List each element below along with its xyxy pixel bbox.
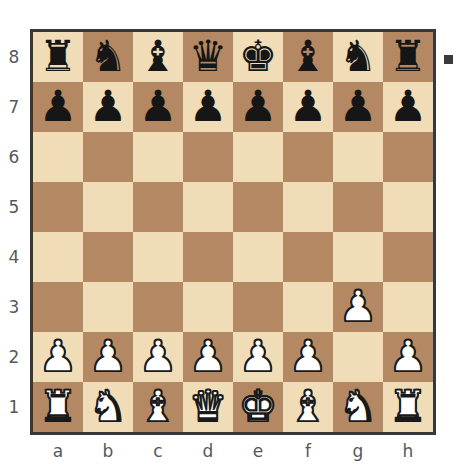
square-e4[interactable] [233,232,283,282]
square-h6[interactable] [383,132,433,182]
chess-app-canvas: 87654321 ♜♞♝♛♚♝♞♜♟♟♟♟♟♟♟♟♟♟♟♟♟♟♟♟♜♞♝♛♚♝♞… [0,0,464,464]
square-c6[interactable] [133,132,183,182]
square-e6[interactable] [233,132,283,182]
rank-label-2: 2 [0,332,28,382]
rank-label-5: 5 [0,182,28,232]
piece-black-bishop[interactable]: ♝ [289,31,328,81]
square-g4[interactable] [333,232,383,282]
turn-indicator [444,55,453,64]
square-d4[interactable] [183,232,233,282]
rank-labels: 87654321 [0,32,28,432]
square-a4[interactable] [33,232,83,282]
square-h1[interactable]: ♜ [383,382,433,432]
board-frame: ♜♞♝♛♚♝♞♜♟♟♟♟♟♟♟♟♟♟♟♟♟♟♟♟♜♞♝♛♚♝♞♜ [30,29,436,435]
square-g7[interactable]: ♟ [333,82,383,132]
piece-black-rook[interactable]: ♜ [39,31,78,81]
piece-black-queen[interactable]: ♛ [189,31,228,81]
square-a2[interactable]: ♟ [33,332,83,382]
square-e8[interactable]: ♚ [233,32,283,82]
piece-black-knight[interactable]: ♞ [339,31,378,81]
square-d6[interactable] [183,132,233,182]
square-h8[interactable]: ♜ [383,32,433,82]
square-f8[interactable]: ♝ [283,32,333,82]
square-e1[interactable]: ♚ [233,382,283,432]
square-b6[interactable] [83,132,133,182]
square-e5[interactable] [233,182,283,232]
rank-label-3: 3 [0,282,28,332]
square-d8[interactable]: ♛ [183,32,233,82]
file-label-b: b [83,437,133,464]
rank-label-1: 1 [0,382,28,432]
square-f5[interactable] [283,182,333,232]
square-b3[interactable] [83,282,133,332]
rank-label-4: 4 [0,232,28,282]
piece-black-pawn[interactable]: ♟ [389,81,428,131]
rank-label-6: 6 [0,132,28,182]
square-g2[interactable] [333,332,383,382]
piece-white-pawn[interactable]: ♟ [339,281,378,331]
square-c2[interactable]: ♟ [133,332,183,382]
square-h7[interactable]: ♟ [383,82,433,132]
square-e2[interactable]: ♟ [233,332,283,382]
piece-black-pawn[interactable]: ♟ [239,81,278,131]
square-f6[interactable] [283,132,333,182]
piece-white-pawn[interactable]: ♟ [39,331,78,381]
piece-black-pawn[interactable]: ♟ [139,81,178,131]
square-c8[interactable]: ♝ [133,32,183,82]
square-f7[interactable]: ♟ [283,82,333,132]
square-b5[interactable] [83,182,133,232]
piece-black-pawn[interactable]: ♟ [189,81,228,131]
piece-white-king[interactable]: ♚ [239,381,278,431]
file-label-e: e [233,437,283,464]
file-label-d: d [183,437,233,464]
piece-white-pawn[interactable]: ♟ [389,331,428,381]
piece-black-pawn[interactable]: ♟ [339,81,378,131]
square-c1[interactable]: ♝ [133,382,183,432]
square-f1[interactable]: ♝ [283,382,333,432]
piece-black-bishop[interactable]: ♝ [139,31,178,81]
square-d7[interactable]: ♟ [183,82,233,132]
piece-white-knight[interactable]: ♞ [339,381,378,431]
piece-black-knight[interactable]: ♞ [89,31,128,81]
square-h4[interactable] [383,232,433,282]
square-g8[interactable]: ♞ [333,32,383,82]
piece-white-pawn[interactable]: ♟ [289,331,328,381]
square-b2[interactable]: ♟ [83,332,133,382]
piece-white-queen[interactable]: ♛ [189,381,228,431]
square-f4[interactable] [283,232,333,282]
piece-white-pawn[interactable]: ♟ [189,331,228,381]
piece-white-pawn[interactable]: ♟ [239,331,278,381]
square-a5[interactable] [33,182,83,232]
square-d3[interactable] [183,282,233,332]
square-g6[interactable] [333,132,383,182]
square-h5[interactable] [383,182,433,232]
rank-label-7: 7 [0,82,28,132]
square-g1[interactable]: ♞ [333,382,383,432]
square-h3[interactable] [383,282,433,332]
file-label-h: h [383,437,433,464]
square-b1[interactable]: ♞ [83,382,133,432]
square-e3[interactable] [233,282,283,332]
piece-white-bishop[interactable]: ♝ [289,381,328,431]
piece-black-pawn[interactable]: ♟ [39,81,78,131]
square-h2[interactable]: ♟ [383,332,433,382]
square-b8[interactable]: ♞ [83,32,133,82]
square-c7[interactable]: ♟ [133,82,183,132]
piece-white-pawn[interactable]: ♟ [139,331,178,381]
piece-white-rook[interactable]: ♜ [39,381,78,431]
square-a3[interactable] [33,282,83,332]
square-c5[interactable] [133,182,183,232]
square-d1[interactable]: ♛ [183,382,233,432]
square-a1[interactable]: ♜ [33,382,83,432]
square-b4[interactable] [83,232,133,282]
square-a8[interactable]: ♜ [33,32,83,82]
board: ♜♞♝♛♚♝♞♜♟♟♟♟♟♟♟♟♟♟♟♟♟♟♟♟♜♞♝♛♚♝♞♜ [33,32,433,432]
square-f2[interactable]: ♟ [283,332,333,382]
square-d5[interactable] [183,182,233,232]
square-g3[interactable]: ♟ [333,282,383,332]
piece-white-pawn[interactable]: ♟ [89,331,128,381]
piece-black-pawn[interactable]: ♟ [89,81,128,131]
square-e7[interactable]: ♟ [233,82,283,132]
piece-white-rook[interactable]: ♜ [389,381,428,431]
file-label-g: g [333,437,383,464]
square-c3[interactable] [133,282,183,332]
piece-white-bishop[interactable]: ♝ [139,381,178,431]
square-d2[interactable]: ♟ [183,332,233,382]
piece-black-king[interactable]: ♚ [239,31,278,81]
square-b7[interactable]: ♟ [83,82,133,132]
rank-label-8: 8 [0,32,28,82]
square-a6[interactable] [33,132,83,182]
file-label-f: f [283,437,333,464]
square-a7[interactable]: ♟ [33,82,83,132]
piece-black-rook[interactable]: ♜ [389,31,428,81]
piece-black-pawn[interactable]: ♟ [289,81,328,131]
square-g5[interactable] [333,182,383,232]
square-c4[interactable] [133,232,183,282]
file-label-c: c [133,437,183,464]
file-label-a: a [33,437,83,464]
piece-white-knight[interactable]: ♞ [89,381,128,431]
file-labels: abcdefgh [33,437,433,464]
square-f3[interactable] [283,282,333,332]
